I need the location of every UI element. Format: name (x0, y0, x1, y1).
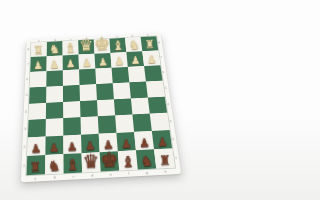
square-h6 (144, 65, 162, 81)
square-h5 (146, 80, 165, 97)
square-e2: ♟ (99, 133, 118, 152)
square-b2: ♟ (45, 136, 63, 155)
square-f2: ♟ (116, 132, 135, 151)
coordinate-label: b (54, 39, 56, 41)
square-b5 (46, 86, 63, 103)
coordinate-label: 7 (161, 56, 163, 58)
square-e1: ♚ (100, 151, 120, 171)
coordinate-label: 2 (172, 138, 174, 141)
square-d7: ♟ (79, 54, 96, 70)
square-d2: ♟ (81, 134, 100, 153)
roll-up-chess-mat: abcdefgh abcdefgh 87654321 87654321 ♜♞♝♛… (21, 33, 181, 182)
coordinate-label: 3 (170, 120, 172, 123)
square-d3 (80, 117, 98, 135)
square-g3 (132, 114, 151, 132)
square-b8: ♞ (47, 41, 63, 56)
square-f1: ♝ (118, 150, 138, 170)
square-e8: ♚ (94, 39, 111, 54)
square-b7: ♟ (47, 55, 63, 71)
coordinate-label: h (147, 34, 149, 36)
coordinate-label: e (110, 173, 112, 176)
square-a2: ♟ (27, 137, 45, 156)
square-b4 (46, 102, 63, 120)
square-c2: ♟ (63, 135, 81, 154)
square-d5 (80, 84, 97, 101)
square-a5 (29, 86, 46, 103)
square-a4 (29, 102, 47, 120)
coordinate-label: e (101, 37, 103, 39)
coordinate-label: h (165, 170, 167, 173)
square-b1: ♞ (45, 154, 64, 174)
square-b3 (46, 118, 64, 136)
square-g1: ♞ (136, 149, 156, 169)
square-f4 (114, 98, 133, 116)
coordinate-label: g (146, 171, 148, 174)
coordinate-label: g (131, 35, 133, 37)
square-g2: ♟ (134, 131, 154, 150)
coordinate-label: 5 (165, 87, 167, 90)
coordinate-label: 1 (175, 156, 177, 159)
square-c4 (63, 101, 80, 119)
coordinate-label: 1 (23, 164, 25, 167)
square-e4 (97, 99, 115, 117)
square-c6 (63, 69, 80, 85)
square-h1: ♜ (154, 149, 175, 169)
square-a6 (30, 71, 47, 87)
coordinate-label: 4 (25, 110, 27, 113)
square-f6 (112, 67, 130, 83)
coordinate-label: 8 (159, 42, 161, 44)
square-a8: ♜ (31, 42, 47, 57)
product-photo-scene: abcdefgh abcdefgh 87654321 87654321 ♜♞♝♛… (0, 0, 200, 200)
square-a1: ♜ (27, 155, 46, 175)
square-c7: ♟ (63, 54, 79, 70)
square-d8: ♛ (78, 39, 94, 54)
square-e6 (95, 68, 112, 84)
square-c5 (63, 85, 80, 102)
square-h8: ♜ (141, 36, 159, 51)
coordinate-label: f (128, 172, 129, 175)
square-e7: ♟ (95, 53, 112, 69)
square-h7: ♟ (142, 50, 160, 66)
coordinate-label: 8 (28, 49, 30, 51)
square-a3 (28, 119, 46, 137)
coordinate-label: 5 (26, 94, 28, 97)
coordinate-label: 3 (25, 128, 27, 131)
coordinate-label: a (35, 177, 37, 180)
square-g4 (131, 97, 150, 115)
square-d1: ♛ (82, 152, 101, 172)
coordinate-label: d (91, 174, 93, 177)
square-f8: ♝ (109, 38, 126, 53)
square-a7: ♟ (30, 56, 46, 72)
coordinate-label: 4 (167, 103, 169, 106)
square-b6 (46, 70, 63, 86)
square-d6 (79, 68, 96, 84)
coordinate-label: 6 (163, 71, 165, 73)
square-d4 (80, 100, 98, 118)
square-g5 (129, 81, 148, 98)
square-g7: ♟ (126, 51, 144, 67)
square-c1: ♝ (63, 153, 82, 173)
square-h4 (148, 96, 167, 114)
square-g8: ♞ (125, 37, 142, 52)
chess-board: ♜♞♝♛♚♝♞♜♟♟♟♟♟♟♟♟♟♟♟♟♟♟♟♟♜♞♝♛♚♝♞♜ (27, 36, 175, 175)
coordinate-label: 6 (27, 78, 29, 80)
square-h3 (150, 113, 170, 131)
square-f5 (113, 82, 131, 99)
square-c3 (63, 117, 81, 135)
square-f7: ♟ (110, 52, 127, 68)
coordinate-label: d (85, 37, 87, 39)
square-c8: ♝ (63, 40, 79, 55)
square-h2: ♟ (152, 130, 172, 149)
coordinate-label: b (54, 176, 56, 179)
coordinate-label: c (72, 175, 74, 178)
coordinate-label: 7 (27, 63, 29, 65)
coordinate-label: f (117, 36, 118, 38)
square-e5 (96, 83, 114, 100)
coordinate-label: c (70, 38, 72, 40)
square-f3 (115, 115, 134, 133)
coordinate-label: 2 (24, 146, 26, 149)
square-e3 (98, 116, 117, 134)
square-g6 (128, 66, 146, 82)
